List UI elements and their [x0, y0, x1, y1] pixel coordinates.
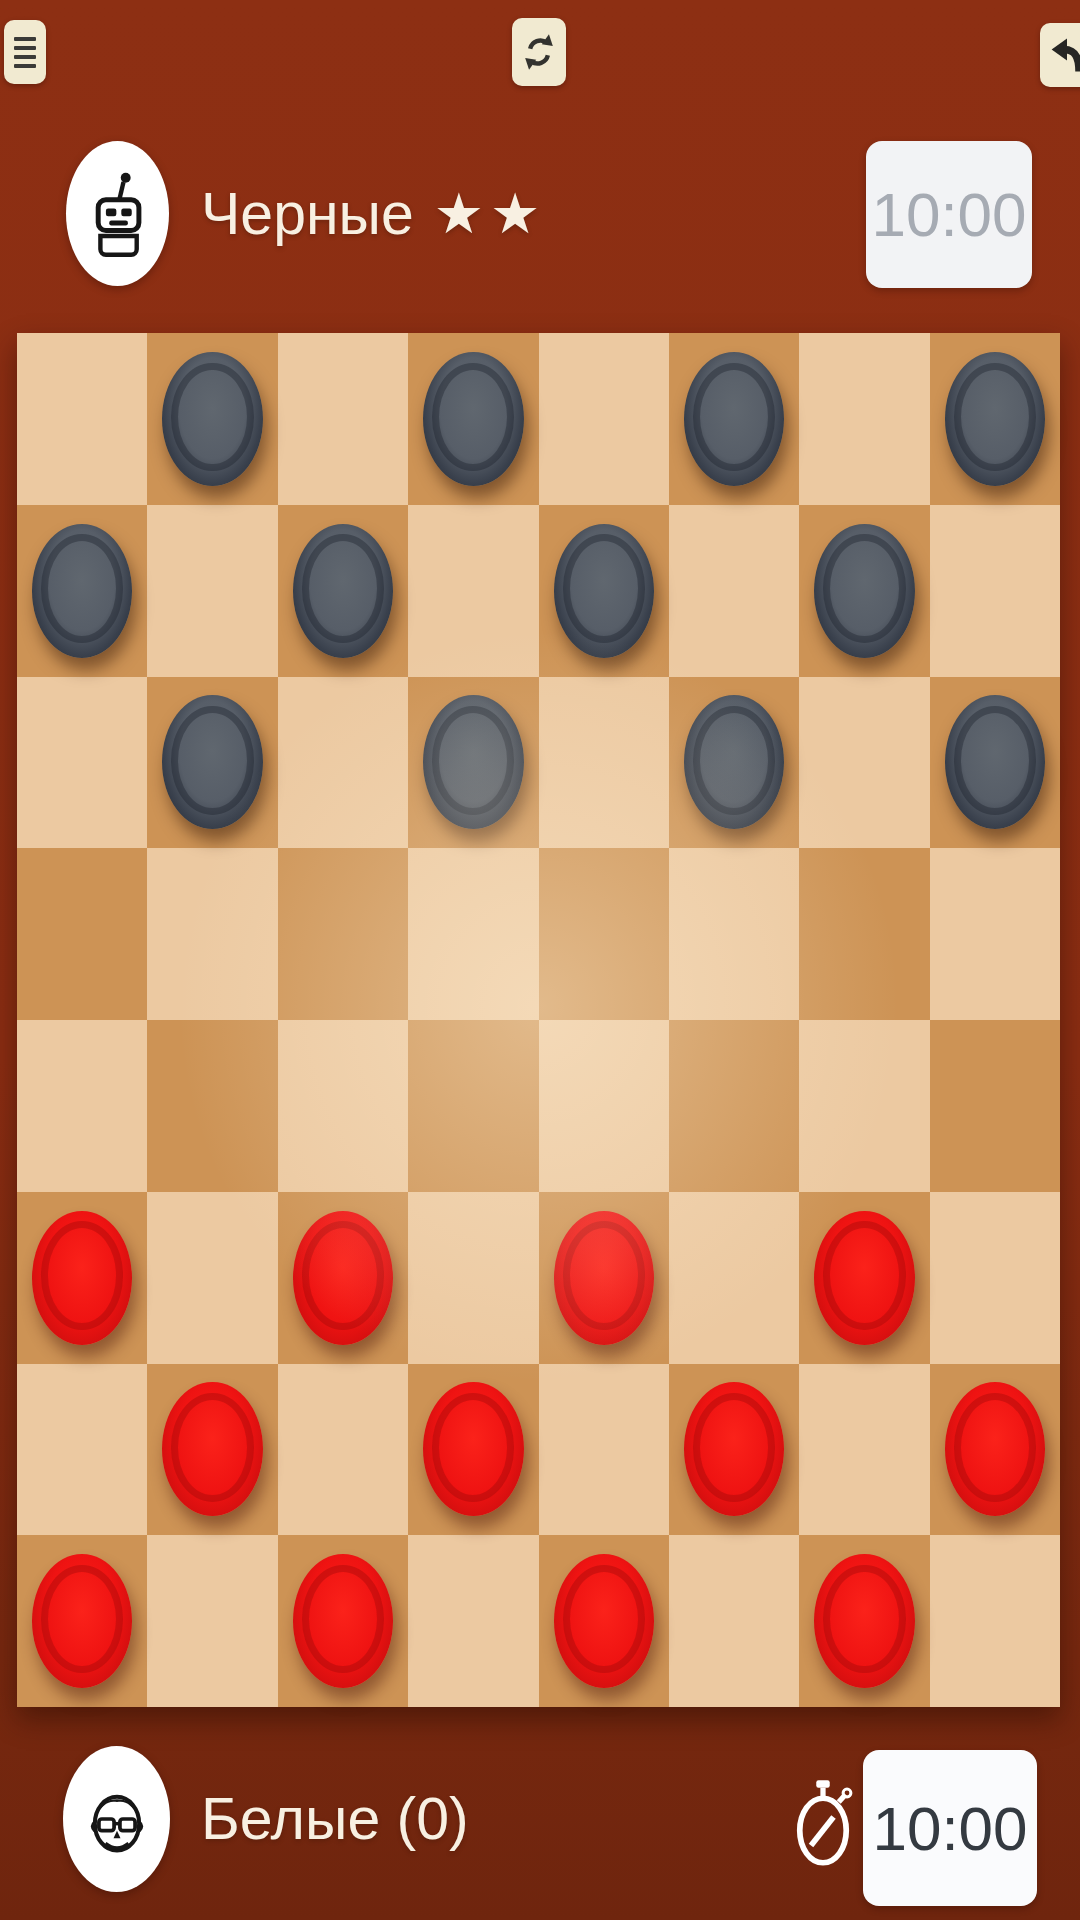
square-e4[interactable] — [539, 1020, 669, 1192]
white-man-g1[interactable] — [814, 1554, 914, 1688]
square-h7[interactable] — [930, 505, 1060, 677]
square-a1[interactable] — [17, 1535, 147, 1707]
black-man-b6[interactable] — [162, 695, 262, 829]
undo-arrow-icon — [1048, 33, 1080, 77]
white-man-c3[interactable] — [293, 1211, 393, 1345]
square-d3[interactable] — [408, 1192, 538, 1364]
black-man-h8[interactable] — [945, 352, 1045, 486]
white-man-d2[interactable] — [423, 1382, 523, 1516]
square-h1[interactable] — [930, 1535, 1060, 1707]
app-screen: Черные ★★ 10:00 Белые (0) 1 — [0, 0, 1080, 1920]
white-man-g3[interactable] — [814, 1211, 914, 1345]
square-f4[interactable] — [669, 1020, 799, 1192]
opponent-clock-value: 10:00 — [871, 179, 1026, 250]
square-c7[interactable] — [278, 505, 408, 677]
white-man-h2[interactable] — [945, 1382, 1045, 1516]
square-c5[interactable] — [278, 848, 408, 1020]
board-grid — [17, 333, 1060, 1707]
white-man-e1[interactable] — [554, 1554, 654, 1688]
square-h6[interactable] — [930, 677, 1060, 849]
square-e6[interactable] — [539, 677, 669, 849]
square-f3[interactable] — [669, 1192, 799, 1364]
square-c6[interactable] — [278, 677, 408, 849]
square-b8[interactable] — [147, 333, 277, 505]
square-f1[interactable] — [669, 1535, 799, 1707]
square-b7[interactable] — [147, 505, 277, 677]
square-g8[interactable] — [799, 333, 929, 505]
square-a7[interactable] — [17, 505, 147, 677]
square-a6[interactable] — [17, 677, 147, 849]
square-d7[interactable] — [408, 505, 538, 677]
square-g2[interactable] — [799, 1364, 929, 1536]
list-menu-icon — [14, 37, 36, 68]
square-c4[interactable] — [278, 1020, 408, 1192]
menu-button[interactable] — [4, 20, 46, 84]
opponent-name-row: Черные ★★ — [201, 141, 546, 286]
square-g1[interactable] — [799, 1535, 929, 1707]
player-name-row: Белые (0) — [201, 1746, 469, 1892]
square-c1[interactable] — [278, 1535, 408, 1707]
white-man-e3[interactable] — [554, 1211, 654, 1345]
opponent-avatar — [66, 141, 169, 286]
back-button[interactable] — [1040, 23, 1080, 87]
square-b3[interactable] — [147, 1192, 277, 1364]
refresh-arrows-icon — [522, 31, 556, 73]
square-g3[interactable] — [799, 1192, 929, 1364]
white-man-c1[interactable] — [293, 1554, 393, 1688]
square-c2[interactable] — [278, 1364, 408, 1536]
person-with-glasses-icon — [82, 1770, 152, 1868]
square-e5[interactable] — [539, 848, 669, 1020]
black-man-f8[interactable] — [684, 352, 784, 486]
stopwatch-icon — [789, 1778, 857, 1868]
black-man-a7[interactable] — [32, 524, 132, 658]
square-b1[interactable] — [147, 1535, 277, 1707]
white-man-a1[interactable] — [32, 1554, 132, 1688]
square-a5[interactable] — [17, 848, 147, 1020]
refresh-button[interactable] — [512, 18, 566, 86]
robot-icon — [85, 166, 151, 262]
black-man-g7[interactable] — [814, 524, 914, 658]
square-f7[interactable] — [669, 505, 799, 677]
square-c8[interactable] — [278, 333, 408, 505]
square-h8[interactable] — [930, 333, 1060, 505]
square-h5[interactable] — [930, 848, 1060, 1020]
square-d6[interactable] — [408, 677, 538, 849]
player-name: Белые (0) — [201, 1785, 469, 1853]
player-clock: 10:00 — [863, 1750, 1037, 1906]
square-b6[interactable] — [147, 677, 277, 849]
player-avatar — [63, 1746, 170, 1892]
black-man-h6[interactable] — [945, 695, 1045, 829]
square-e1[interactable] — [539, 1535, 669, 1707]
square-g6[interactable] — [799, 677, 929, 849]
square-h2[interactable] — [930, 1364, 1060, 1536]
square-g5[interactable] — [799, 848, 929, 1020]
square-h4[interactable] — [930, 1020, 1060, 1192]
black-man-b8[interactable] — [162, 352, 262, 486]
square-a2[interactable] — [17, 1364, 147, 1536]
black-man-d6[interactable] — [423, 695, 523, 829]
black-man-c7[interactable] — [293, 524, 393, 658]
square-e2[interactable] — [539, 1364, 669, 1536]
square-d8[interactable] — [408, 333, 538, 505]
opponent-clock: 10:00 — [866, 141, 1032, 288]
square-a4[interactable] — [17, 1020, 147, 1192]
square-d1[interactable] — [408, 1535, 538, 1707]
square-f2[interactable] — [669, 1364, 799, 1536]
square-f8[interactable] — [669, 333, 799, 505]
square-f5[interactable] — [669, 848, 799, 1020]
black-man-d8[interactable] — [423, 352, 523, 486]
two-stars-icon: ★★ — [434, 181, 546, 246]
square-e8[interactable] — [539, 333, 669, 505]
square-d4[interactable] — [408, 1020, 538, 1192]
square-f6[interactable] — [669, 677, 799, 849]
square-d2[interactable] — [408, 1364, 538, 1536]
square-a8[interactable] — [17, 333, 147, 505]
board — [17, 333, 1060, 1707]
square-c3[interactable] — [278, 1192, 408, 1364]
square-h3[interactable] — [930, 1192, 1060, 1364]
opponent-name: Черные — [201, 180, 414, 248]
square-d5[interactable] — [408, 848, 538, 1020]
square-g7[interactable] — [799, 505, 929, 677]
square-b2[interactable] — [147, 1364, 277, 1536]
square-e7[interactable] — [539, 505, 669, 677]
white-man-b2[interactable] — [162, 1382, 262, 1516]
square-b4[interactable] — [147, 1020, 277, 1192]
white-man-a3[interactable] — [32, 1211, 132, 1345]
square-e3[interactable] — [539, 1192, 669, 1364]
square-b5[interactable] — [147, 848, 277, 1020]
square-a3[interactable] — [17, 1192, 147, 1364]
player-clock-value: 10:00 — [872, 1793, 1027, 1864]
black-man-e7[interactable] — [554, 524, 654, 658]
square-g4[interactable] — [799, 1020, 929, 1192]
black-man-f6[interactable] — [684, 695, 784, 829]
white-man-f2[interactable] — [684, 1382, 784, 1516]
